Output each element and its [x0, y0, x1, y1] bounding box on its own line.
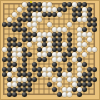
black-stone: [12, 87, 17, 92]
black-stone: [92, 77, 97, 82]
black-stone: [12, 92, 17, 97]
black-stone: [2, 67, 7, 72]
white-stone: [52, 7, 57, 12]
white-stone: [77, 27, 82, 32]
last-move-marker: [30, 1, 32, 3]
white-stone: [27, 42, 32, 47]
black-stone: [37, 47, 42, 52]
white-stone: [67, 87, 72, 92]
black-stone: [7, 52, 12, 57]
white-stone: [42, 47, 47, 52]
black-stone: [67, 62, 72, 67]
black-stone: [42, 57, 47, 62]
black-stone: [22, 37, 27, 42]
black-stone: [62, 57, 67, 62]
black-stone: [57, 47, 62, 52]
black-stone: [67, 32, 72, 37]
black-stone: [7, 77, 12, 82]
black-stone: [92, 67, 97, 72]
black-stone: [52, 37, 57, 42]
white-stone: [77, 42, 82, 47]
black-stone: [12, 27, 17, 32]
black-stone: [17, 67, 22, 72]
white-stone: [62, 72, 67, 77]
black-stone: [22, 57, 27, 62]
black-stone: [57, 37, 62, 42]
white-stone: [62, 27, 67, 32]
white-stone: [82, 12, 87, 17]
black-stone: [22, 62, 27, 67]
black-stone: [62, 2, 67, 7]
black-stone: [27, 87, 32, 92]
black-stone: [22, 17, 27, 22]
white-stone: [47, 37, 52, 42]
white-stone: [72, 82, 77, 87]
white-stone: [37, 12, 42, 17]
black-stone: [72, 87, 77, 92]
white-stone: [17, 7, 22, 12]
black-stone: [37, 2, 42, 7]
black-stone: [27, 32, 32, 37]
black-stone: [82, 2, 87, 7]
black-stone: [67, 47, 72, 52]
white-stone: [62, 92, 67, 97]
white-stone: [57, 12, 62, 17]
black-stone: [7, 92, 12, 97]
black-stone: [37, 67, 42, 72]
black-stone: [22, 52, 27, 57]
black-stone: [47, 12, 52, 17]
black-stone: [92, 17, 97, 22]
black-stone: [92, 27, 97, 32]
black-stone: [42, 12, 47, 17]
black-stone: [27, 77, 32, 82]
black-stone: [67, 2, 72, 7]
black-stone: [52, 42, 57, 47]
black-stone: [77, 77, 82, 82]
black-stone: [7, 42, 12, 47]
white-stone: [17, 47, 22, 52]
black-stone: [27, 7, 32, 12]
white-stone: [37, 42, 42, 47]
black-stone: [82, 62, 87, 67]
white-stone: [37, 17, 42, 22]
black-stone: [22, 72, 27, 77]
black-stone: [27, 12, 32, 17]
white-stone: [57, 82, 62, 87]
black-stone: [92, 22, 97, 27]
black-stone: [12, 62, 17, 67]
black-stone: [62, 7, 67, 12]
black-stone: [17, 27, 22, 32]
white-stone: [12, 52, 17, 57]
black-stone: [22, 47, 27, 52]
white-stone: [82, 7, 87, 12]
white-stone: [47, 32, 52, 37]
black-stone: [17, 42, 22, 47]
black-stone: [22, 82, 27, 87]
white-stone: [57, 57, 62, 62]
white-stone: [37, 37, 42, 42]
black-stone: [12, 22, 17, 27]
white-stone: [42, 67, 47, 72]
white-stone: [82, 52, 87, 57]
black-stone: [52, 87, 57, 92]
white-stone: [22, 77, 27, 82]
white-stone: [12, 67, 17, 72]
black-stone: [7, 47, 12, 52]
black-stone: [47, 52, 52, 57]
white-stone: [7, 17, 12, 22]
black-stone: [62, 52, 67, 57]
black-stone: [2, 22, 7, 27]
white-stone: [67, 77, 72, 82]
white-stone: [87, 37, 92, 42]
white-stone: [47, 2, 52, 7]
black-stone: [67, 42, 72, 47]
black-stone: [27, 72, 32, 77]
black-stone: [52, 32, 57, 37]
white-stone: [52, 27, 57, 32]
white-stone: [47, 67, 52, 72]
white-stone: [47, 42, 52, 47]
black-stone: [22, 92, 27, 97]
white-stone: [77, 72, 82, 77]
black-stone: [57, 42, 62, 47]
black-stone: [72, 12, 77, 17]
white-stone: [32, 22, 37, 27]
white-stone: [7, 72, 12, 77]
white-stone: [37, 52, 42, 57]
black-stone: [87, 72, 92, 77]
white-stone: [87, 32, 92, 37]
white-stone: [72, 57, 77, 62]
black-stone: [87, 82, 92, 87]
black-stone: [67, 37, 72, 42]
white-stone: [12, 57, 17, 62]
black-stone: [7, 87, 12, 92]
white-stone: [12, 47, 17, 52]
white-stone: [2, 47, 7, 52]
white-stone: [12, 82, 17, 87]
black-stone: [57, 72, 62, 77]
black-stone: [17, 87, 22, 92]
white-stone: [77, 17, 82, 22]
black-stone: [82, 27, 87, 32]
go-board[interactable]: [0, 0, 100, 100]
black-stone: [67, 52, 72, 57]
black-stone: [27, 82, 32, 87]
black-stone: [7, 62, 12, 67]
white-stone: [32, 17, 37, 22]
white-stone: [42, 2, 47, 7]
white-stone: [47, 7, 52, 12]
white-stone: [47, 47, 52, 52]
black-stone: [77, 82, 82, 87]
white-stone: [37, 32, 42, 37]
white-stone: [92, 47, 97, 52]
black-stone: [17, 82, 22, 87]
black-stone: [22, 67, 27, 72]
black-stone: [47, 82, 52, 87]
white-stone: [47, 72, 52, 77]
black-stone: [57, 92, 62, 97]
black-stone: [37, 72, 42, 77]
black-stone: [7, 22, 12, 27]
black-stone: [17, 22, 22, 27]
white-stone: [57, 27, 62, 32]
black-stone: [87, 67, 92, 72]
black-stone: [22, 12, 27, 17]
white-stone: [67, 92, 72, 97]
black-stone: [77, 7, 82, 12]
stone-layer: [2, 2, 97, 97]
white-stone: [22, 2, 27, 7]
black-stone: [22, 32, 27, 37]
black-stone: [52, 47, 57, 52]
white-stone: [32, 12, 37, 17]
black-stone: [17, 17, 22, 22]
white-stone: [12, 12, 17, 17]
black-stone: [87, 77, 92, 82]
white-stone: [17, 77, 22, 82]
black-stone: [37, 57, 42, 62]
black-stone: [52, 12, 57, 17]
white-stone: [77, 62, 82, 67]
white-stone: [27, 22, 32, 27]
white-stone: [17, 52, 22, 57]
white-stone: [62, 42, 67, 47]
black-stone: [7, 57, 12, 62]
black-stone: [32, 7, 37, 12]
white-stone: [12, 77, 17, 82]
black-stone: [32, 2, 37, 7]
white-stone: [42, 32, 47, 37]
black-stone: [2, 57, 7, 62]
white-stone: [77, 32, 82, 37]
black-stone: [57, 32, 62, 37]
white-stone: [57, 52, 62, 57]
black-stone: [22, 27, 27, 32]
black-stone: [77, 92, 82, 97]
black-stone: [7, 37, 12, 42]
white-stone: [77, 87, 82, 92]
black-stone: [42, 37, 47, 42]
white-stone: [42, 72, 47, 77]
black-stone: [7, 67, 12, 72]
black-stone: [77, 57, 82, 62]
black-stone: [72, 17, 77, 22]
white-stone: [52, 57, 57, 62]
black-stone: [32, 77, 37, 82]
black-stone: [72, 47, 77, 52]
white-stone: [72, 2, 77, 7]
white-stone: [82, 17, 87, 22]
white-stone: [72, 77, 77, 82]
black-stone: [82, 87, 87, 92]
black-stone: [87, 7, 92, 12]
black-stone: [32, 67, 37, 72]
black-stone: [57, 67, 62, 72]
white-stone: [52, 77, 57, 82]
white-stone: [47, 22, 52, 27]
white-stone: [67, 72, 72, 77]
black-stone: [2, 72, 7, 77]
black-stone: [57, 7, 62, 12]
white-stone: [42, 7, 47, 12]
black-stone: [17, 72, 22, 77]
white-stone: [72, 52, 77, 57]
white-stone: [77, 47, 82, 52]
black-stone: [12, 37, 17, 42]
black-stone: [67, 67, 72, 72]
black-stone: [82, 82, 87, 87]
black-stone: [72, 7, 77, 12]
white-stone: [57, 77, 62, 82]
black-stone: [87, 22, 92, 27]
black-stone: [82, 77, 87, 82]
black-stone: [32, 32, 37, 37]
white-stone: [7, 82, 12, 87]
black-stone: [37, 7, 42, 12]
white-stone: [62, 87, 67, 92]
black-stone: [52, 67, 57, 72]
white-stone: [67, 22, 72, 27]
black-stone: [32, 62, 37, 67]
black-stone: [82, 72, 87, 77]
black-stone: [52, 62, 57, 67]
white-stone: [77, 67, 82, 72]
black-stone: [27, 17, 32, 22]
black-stone: [22, 87, 27, 92]
white-stone: [42, 52, 47, 57]
white-stone: [52, 52, 57, 57]
white-stone: [87, 47, 92, 52]
white-stone: [82, 42, 87, 47]
white-stone: [32, 27, 37, 32]
white-stone: [77, 37, 82, 42]
black-stone: [27, 52, 32, 57]
white-stone: [32, 37, 37, 42]
white-stone: [82, 32, 87, 37]
black-stone: [42, 42, 47, 47]
black-stone: [27, 37, 32, 42]
black-stone: [87, 12, 92, 17]
black-stone: [77, 12, 82, 17]
black-stone: [87, 17, 92, 22]
black-stone: [12, 42, 17, 47]
black-stone: [77, 2, 82, 7]
